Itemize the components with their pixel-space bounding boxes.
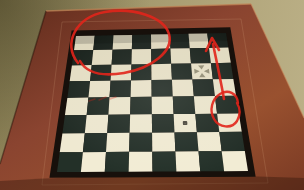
chess-scene: [0, 0, 304, 190]
board-sheen: [57, 33, 248, 172]
board-3d: [0, 0, 304, 190]
